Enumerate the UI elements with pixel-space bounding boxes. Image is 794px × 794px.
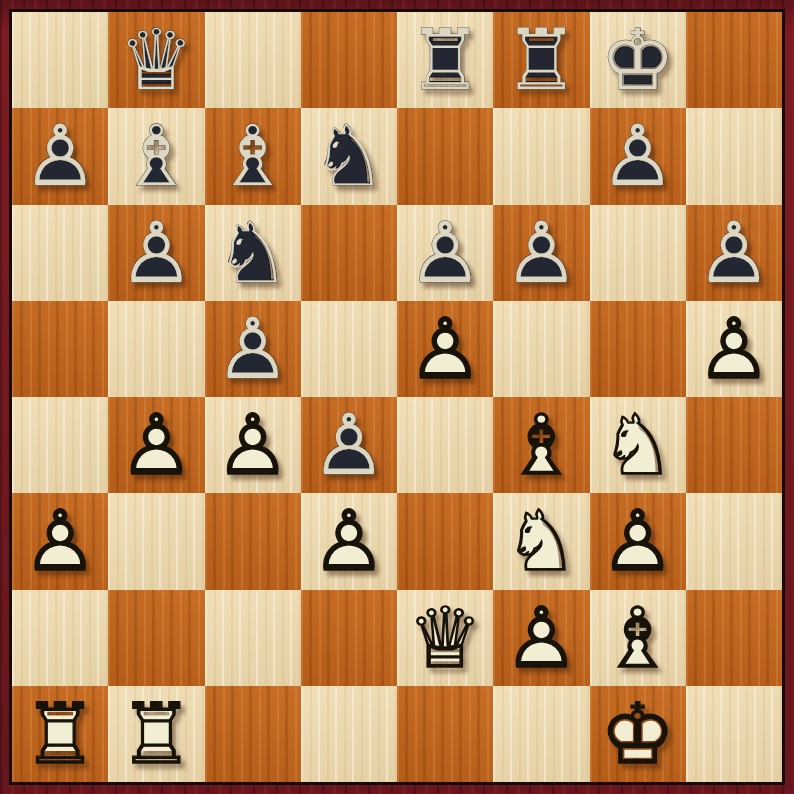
square-f3[interactable]: ♞♘ xyxy=(493,493,589,589)
pawn-glyph-outline: ♙ xyxy=(108,205,204,301)
square-f8[interactable]: ♜♖ xyxy=(493,12,589,108)
piece-black-bishop[interactable]: ♝♗ xyxy=(205,108,301,204)
square-g5[interactable] xyxy=(590,301,686,397)
square-d5[interactable] xyxy=(301,301,397,397)
square-b7[interactable]: ♝♗ xyxy=(108,108,204,204)
square-c6[interactable]: ♞♘ xyxy=(205,205,301,301)
pawn-glyph-outline: ♙ xyxy=(686,301,782,397)
square-h4[interactable] xyxy=(686,397,782,493)
pawn-glyph-outline: ♙ xyxy=(590,108,686,204)
square-h6[interactable]: ♟♙ xyxy=(686,205,782,301)
pawn-glyph-outline: ♙ xyxy=(205,301,301,397)
bishop-glyph-outline: ♗ xyxy=(493,397,589,493)
piece-white-knight[interactable]: ♞♘ xyxy=(590,397,686,493)
square-g6[interactable] xyxy=(590,205,686,301)
piece-white-pawn[interactable]: ♟♙ xyxy=(590,493,686,589)
square-d1[interactable] xyxy=(301,686,397,782)
rook-glyph-outline: ♖ xyxy=(397,12,493,108)
bishop-glyph-outline: ♗ xyxy=(205,108,301,204)
square-f5[interactable] xyxy=(493,301,589,397)
board-frame: ♛♕♜♖♜♖♚♔♟♙♝♗♝♗♞♘♟♙♟♙♞♘♟♙♟♙♟♙♟♙♟♙♟♙♟♙♟♙♟♙… xyxy=(0,0,794,794)
pawn-glyph-outline: ♙ xyxy=(12,493,108,589)
square-f7[interactable] xyxy=(493,108,589,204)
square-a6[interactable] xyxy=(12,205,108,301)
square-c5[interactable]: ♟♙ xyxy=(205,301,301,397)
piece-white-pawn[interactable]: ♟♙ xyxy=(12,493,108,589)
piece-white-bishop[interactable]: ♝♗ xyxy=(590,590,686,686)
square-f2[interactable]: ♟♙ xyxy=(493,590,589,686)
square-h8[interactable] xyxy=(686,12,782,108)
square-e1[interactable] xyxy=(397,686,493,782)
square-f6[interactable]: ♟♙ xyxy=(493,205,589,301)
square-d8[interactable] xyxy=(301,12,397,108)
rook-glyph-outline: ♖ xyxy=(12,686,108,782)
piece-white-pawn[interactable]: ♟♙ xyxy=(205,397,301,493)
bishop-glyph-outline: ♗ xyxy=(108,108,204,204)
square-a4[interactable] xyxy=(12,397,108,493)
square-h3[interactable] xyxy=(686,493,782,589)
pawn-glyph-outline: ♙ xyxy=(12,108,108,204)
square-b8[interactable]: ♛♕ xyxy=(108,12,204,108)
square-h1[interactable] xyxy=(686,686,782,782)
knight-glyph-outline: ♘ xyxy=(493,493,589,589)
piece-white-pawn[interactable]: ♟♙ xyxy=(493,590,589,686)
piece-white-knight[interactable]: ♞♘ xyxy=(493,493,589,589)
square-c8[interactable] xyxy=(205,12,301,108)
square-h5[interactable]: ♟♙ xyxy=(686,301,782,397)
square-b6[interactable]: ♟♙ xyxy=(108,205,204,301)
square-b4[interactable]: ♟♙ xyxy=(108,397,204,493)
square-d6[interactable] xyxy=(301,205,397,301)
piece-black-knight[interactable]: ♞♘ xyxy=(301,108,397,204)
square-a1[interactable]: ♜♖ xyxy=(12,686,108,782)
piece-white-pawn[interactable]: ♟♙ xyxy=(108,397,204,493)
pawn-glyph-outline: ♙ xyxy=(108,397,204,493)
square-d3[interactable]: ♟♙ xyxy=(301,493,397,589)
square-h7[interactable] xyxy=(686,108,782,204)
piece-black-pawn[interactable]: ♟♙ xyxy=(12,108,108,204)
square-g1[interactable]: ♚♔ xyxy=(590,686,686,782)
knight-glyph-outline: ♘ xyxy=(301,108,397,204)
pawn-glyph-outline: ♙ xyxy=(397,205,493,301)
square-c4[interactable]: ♟♙ xyxy=(205,397,301,493)
piece-black-pawn[interactable]: ♟♙ xyxy=(493,205,589,301)
square-a5[interactable] xyxy=(12,301,108,397)
square-e7[interactable] xyxy=(397,108,493,204)
piece-black-queen[interactable]: ♛♕ xyxy=(108,12,204,108)
square-d7[interactable]: ♞♘ xyxy=(301,108,397,204)
square-a2[interactable] xyxy=(12,590,108,686)
square-b2[interactable] xyxy=(108,590,204,686)
pawn-glyph-outline: ♙ xyxy=(397,301,493,397)
chess-board: ♛♕♜♖♜♖♚♔♟♙♝♗♝♗♞♘♟♙♟♙♞♘♟♙♟♙♟♙♟♙♟♙♟♙♟♙♟♙♟♙… xyxy=(9,9,785,785)
square-b5[interactable] xyxy=(108,301,204,397)
square-e5[interactable]: ♟♙ xyxy=(397,301,493,397)
piece-black-bishop[interactable]: ♝♗ xyxy=(108,108,204,204)
square-g8[interactable]: ♚♔ xyxy=(590,12,686,108)
square-g4[interactable]: ♞♘ xyxy=(590,397,686,493)
pawn-glyph-outline: ♙ xyxy=(301,493,397,589)
pawn-glyph-outline: ♙ xyxy=(590,493,686,589)
king-glyph-outline: ♔ xyxy=(590,12,686,108)
square-e8[interactable]: ♜♖ xyxy=(397,12,493,108)
piece-black-rook[interactable]: ♜♖ xyxy=(493,12,589,108)
knight-glyph-outline: ♘ xyxy=(590,397,686,493)
piece-white-king[interactable]: ♚♔ xyxy=(590,686,686,782)
rook-glyph-outline: ♖ xyxy=(108,686,204,782)
queen-glyph-outline: ♕ xyxy=(108,12,204,108)
square-a8[interactable] xyxy=(12,12,108,108)
pawn-glyph-outline: ♙ xyxy=(493,205,589,301)
square-e2[interactable]: ♛♕ xyxy=(397,590,493,686)
piece-black-pawn[interactable]: ♟♙ xyxy=(590,108,686,204)
square-g3[interactable]: ♟♙ xyxy=(590,493,686,589)
piece-white-rook[interactable]: ♜♖ xyxy=(12,686,108,782)
piece-black-pawn[interactable]: ♟♙ xyxy=(397,205,493,301)
piece-white-queen[interactable]: ♛♕ xyxy=(397,590,493,686)
piece-black-pawn[interactable]: ♟♙ xyxy=(108,205,204,301)
square-d2[interactable] xyxy=(301,590,397,686)
square-g2[interactable]: ♝♗ xyxy=(590,590,686,686)
square-c2[interactable] xyxy=(205,590,301,686)
piece-white-pawn[interactable]: ♟♙ xyxy=(301,493,397,589)
piece-black-king[interactable]: ♚♔ xyxy=(590,12,686,108)
bishop-glyph-outline: ♗ xyxy=(590,590,686,686)
piece-black-pawn[interactable]: ♟♙ xyxy=(205,301,301,397)
square-g7[interactable]: ♟♙ xyxy=(590,108,686,204)
square-c1[interactable] xyxy=(205,686,301,782)
square-b3[interactable] xyxy=(108,493,204,589)
king-glyph-outline: ♔ xyxy=(590,686,686,782)
piece-white-bishop[interactable]: ♝♗ xyxy=(493,397,589,493)
pawn-glyph-outline: ♙ xyxy=(301,397,397,493)
queen-glyph-outline: ♕ xyxy=(397,590,493,686)
piece-black-pawn[interactable]: ♟♙ xyxy=(686,205,782,301)
rook-glyph-outline: ♖ xyxy=(493,12,589,108)
square-c7[interactable]: ♝♗ xyxy=(205,108,301,204)
square-f1[interactable] xyxy=(493,686,589,782)
pawn-glyph-outline: ♙ xyxy=(205,397,301,493)
pawn-glyph-outline: ♙ xyxy=(686,205,782,301)
square-d4[interactable]: ♟♙ xyxy=(301,397,397,493)
square-a3[interactable]: ♟♙ xyxy=(12,493,108,589)
piece-black-rook[interactable]: ♜♖ xyxy=(397,12,493,108)
square-c3[interactable] xyxy=(205,493,301,589)
square-e3[interactable] xyxy=(397,493,493,589)
piece-white-pawn[interactable]: ♟♙ xyxy=(397,301,493,397)
square-e6[interactable]: ♟♙ xyxy=(397,205,493,301)
square-f4[interactable]: ♝♗ xyxy=(493,397,589,493)
piece-white-pawn[interactable]: ♟♙ xyxy=(686,301,782,397)
knight-glyph-outline: ♘ xyxy=(205,205,301,301)
square-a7[interactable]: ♟♙ xyxy=(12,108,108,204)
square-e4[interactable] xyxy=(397,397,493,493)
pawn-glyph-outline: ♙ xyxy=(493,590,589,686)
piece-black-knight[interactable]: ♞♘ xyxy=(205,205,301,301)
square-h2[interactable] xyxy=(686,590,782,686)
piece-black-pawn[interactable]: ♟♙ xyxy=(301,397,397,493)
piece-white-rook[interactable]: ♜♖ xyxy=(108,686,204,782)
square-b1[interactable]: ♜♖ xyxy=(108,686,204,782)
